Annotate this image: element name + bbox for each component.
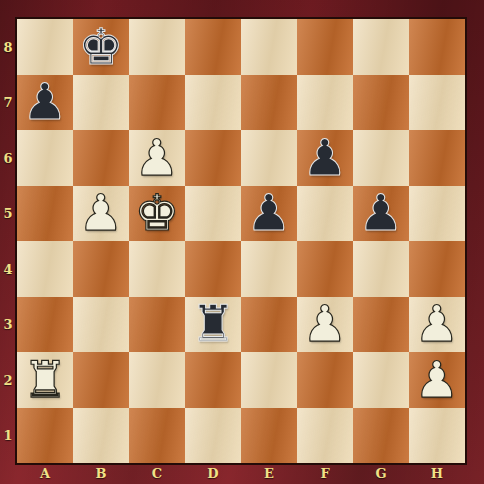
rank-label-3: 3 [3,317,12,332]
square-e1[interactable] [241,408,297,464]
black-king-b8[interactable]: ♚ [73,19,129,75]
white-pawn-h2[interactable]: ♟ [409,352,465,408]
square-a7[interactable]: ♟ [17,75,73,131]
square-c4[interactable] [129,241,185,297]
square-a3[interactable] [17,297,73,353]
square-a4[interactable] [17,241,73,297]
square-e4[interactable] [241,241,297,297]
white-pawn-b5[interactable]: ♟ [73,186,129,242]
square-c8[interactable] [129,19,185,75]
square-c7[interactable] [129,75,185,131]
square-a2[interactable]: ♜ [17,352,73,408]
black-pawn-f6[interactable]: ♟ [297,130,353,186]
square-b7[interactable] [73,75,129,131]
square-h6[interactable] [409,130,465,186]
square-c3[interactable] [129,297,185,353]
file-label-g: G [375,466,386,481]
square-d6[interactable] [185,130,241,186]
square-b8[interactable]: ♚ [73,19,129,75]
square-a1[interactable] [17,408,73,464]
square-c2[interactable] [129,352,185,408]
file-label-a: A [40,466,50,481]
square-f1[interactable] [297,408,353,464]
square-f3[interactable]: ♟ [297,297,353,353]
square-g2[interactable] [353,352,409,408]
file-label-e: E [264,466,274,481]
white-rook-a2[interactable]: ♜ [17,352,73,408]
black-pawn-e5[interactable]: ♟ [241,186,297,242]
square-b2[interactable] [73,352,129,408]
square-g5[interactable]: ♟ [353,186,409,242]
square-h8[interactable] [409,19,465,75]
file-label-b: B [96,466,107,481]
square-h3[interactable]: ♟ [409,297,465,353]
rank-label-5: 5 [3,206,12,221]
square-a6[interactable] [17,130,73,186]
black-pawn-a7[interactable]: ♟ [17,75,73,131]
square-c6[interactable]: ♟ [129,130,185,186]
square-a5[interactable] [17,186,73,242]
square-b6[interactable] [73,130,129,186]
chess-board-diagram: ♚♟♟♟♟♚♟♟♜♟♟♜♟ 87654321ABCDEFGH [0,0,484,484]
square-e3[interactable] [241,297,297,353]
square-d7[interactable] [185,75,241,131]
rank-label-4: 4 [3,261,12,276]
rank-label-6: 6 [3,150,12,165]
square-e8[interactable] [241,19,297,75]
white-king-c5[interactable]: ♚ [129,186,185,242]
rank-label-2: 2 [3,372,12,387]
square-h5[interactable] [409,186,465,242]
square-g4[interactable] [353,241,409,297]
rank-label-1: 1 [3,428,12,443]
file-label-d: D [207,466,218,481]
square-g3[interactable] [353,297,409,353]
chess-board: ♚♟♟♟♟♚♟♟♜♟♟♜♟ [15,17,467,465]
square-d2[interactable] [185,352,241,408]
square-b4[interactable] [73,241,129,297]
square-g6[interactable] [353,130,409,186]
square-f6[interactable]: ♟ [297,130,353,186]
rank-label-7: 7 [3,95,12,110]
white-pawn-c6[interactable]: ♟ [129,130,185,186]
white-pawn-f3[interactable]: ♟ [297,297,353,353]
black-rook-d3[interactable]: ♜ [185,297,241,353]
square-b3[interactable] [73,297,129,353]
square-e7[interactable] [241,75,297,131]
square-b1[interactable] [73,408,129,464]
file-label-c: C [152,466,162,481]
square-e5[interactable]: ♟ [241,186,297,242]
square-h2[interactable]: ♟ [409,352,465,408]
square-f8[interactable] [297,19,353,75]
square-c5[interactable]: ♚ [129,186,185,242]
square-e6[interactable] [241,130,297,186]
square-f7[interactable] [297,75,353,131]
square-c1[interactable] [129,408,185,464]
square-d4[interactable] [185,241,241,297]
square-d3[interactable]: ♜ [185,297,241,353]
black-pawn-g5[interactable]: ♟ [353,186,409,242]
square-f2[interactable] [297,352,353,408]
square-b5[interactable]: ♟ [73,186,129,242]
white-pawn-h3[interactable]: ♟ [409,297,465,353]
square-g7[interactable] [353,75,409,131]
file-label-f: F [320,466,329,481]
square-d5[interactable] [185,186,241,242]
square-h4[interactable] [409,241,465,297]
square-e2[interactable] [241,352,297,408]
rank-label-8: 8 [3,39,12,54]
square-g1[interactable] [353,408,409,464]
file-label-h: H [431,466,443,481]
square-g8[interactable] [353,19,409,75]
square-h1[interactable] [409,408,465,464]
square-f5[interactable] [297,186,353,242]
square-h7[interactable] [409,75,465,131]
square-d1[interactable] [185,408,241,464]
square-a8[interactable] [17,19,73,75]
square-f4[interactable] [297,241,353,297]
square-d8[interactable] [185,19,241,75]
